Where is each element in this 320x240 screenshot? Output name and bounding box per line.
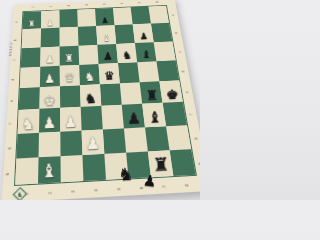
square-g8[interactable]: [166, 125, 191, 150]
piece-black-P-f6[interactable]: ♟: [127, 111, 141, 127]
square-c4[interactable]: [78, 44, 98, 64]
rank-label-bottom-4: 4: [94, 189, 99, 192]
square-b2[interactable]: [41, 28, 60, 47]
piece-white-Q-d3[interactable]: ♛: [64, 72, 75, 84]
square-d3[interactable]: ♛: [60, 65, 80, 87]
square-d5[interactable]: ♛: [99, 63, 120, 84]
square-f5[interactable]: [101, 105, 124, 129]
square-f6[interactable]: ♟: [122, 104, 145, 128]
square-g3[interactable]: [60, 130, 82, 156]
file-label-left-d: d: [11, 79, 15, 81]
square-b3[interactable]: [59, 27, 78, 46]
piece-black-P-c5[interactable]: ♟: [103, 52, 113, 63]
square-e8[interactable]: ♚: [159, 80, 182, 102]
file-label-right-h: h: [198, 162, 200, 165]
square-b4[interactable]: [78, 26, 98, 45]
file-label-right-e: e: [185, 91, 189, 93]
square-c1[interactable]: [21, 47, 41, 67]
file-label-right-a: a: [171, 14, 175, 16]
rank-label-top-2: 2: [50, 6, 54, 8]
file-label-right-g: g: [194, 137, 199, 140]
piece-white-B-b5[interactable]: ♝: [102, 34, 111, 43]
rank-label-bottom-5: 5: [117, 188, 122, 191]
rank-label-top-3: 3: [68, 5, 72, 7]
rank-label-top-5: 5: [103, 3, 107, 5]
square-h2[interactable]: ♝: [38, 156, 61, 184]
square-a8[interactable]: [148, 6, 169, 24]
square-c8[interactable]: [154, 41, 176, 61]
square-h3[interactable]: [61, 155, 84, 182]
square-c2[interactable]: ♟: [40, 46, 59, 66]
square-e7[interactable]: ♜: [140, 81, 163, 104]
rank-label-top-1: 1: [32, 6, 36, 8]
brand-knight-logo: ♞: [13, 188, 26, 200]
square-h8[interactable]: [170, 149, 196, 176]
file-label-left-e: e: [10, 100, 14, 102]
piece-black-R-h7[interactable]: ♜: [153, 156, 171, 176]
square-g5[interactable]: [103, 128, 126, 154]
square-f8[interactable]: [163, 102, 187, 126]
square-d2[interactable]: ♟: [40, 66, 60, 88]
square-g4[interactable]: ♟: [82, 129, 105, 155]
rank-label-bottom-7: 7: [162, 185, 167, 188]
square-e2[interactable]: ♚: [39, 86, 60, 109]
piece-white-P-f2[interactable]: ♟: [42, 115, 56, 131]
rank-label-top-7: 7: [138, 2, 142, 4]
square-b1[interactable]: [22, 29, 41, 48]
square-d1[interactable]: [20, 67, 41, 89]
piece-white-P-c2[interactable]: ♟: [45, 54, 55, 65]
piece-white-B-h2[interactable]: ♝: [40, 162, 58, 182]
square-a3[interactable]: [59, 10, 78, 28]
piece-black-B-c7[interactable]: ♝: [141, 50, 151, 61]
square-h6[interactable]: [126, 151, 151, 178]
piece-white-R-a1[interactable]: ♜: [28, 20, 35, 28]
chess-mat: ♜♟♟♝♟♟♜♟♞♝♟♛♞♛♚♞♜♚♞♟♟♟♝♟♝♜ ♞ CHESS 11aa2…: [2, 0, 200, 200]
square-a1[interactable]: ♜: [23, 11, 42, 29]
square-a5[interactable]: ♟: [95, 8, 114, 26]
chess-board: ♜♟♟♝♟♟♜♟♞♝♟♛♞♛♚♞♜♚♞♟♟♟♝♟♝♜: [15, 6, 195, 185]
square-a4[interactable]: [77, 9, 96, 27]
rank-label-top-6: 6: [121, 2, 125, 4]
rank-label-bottom-6: 6: [140, 186, 145, 189]
square-e1[interactable]: [19, 87, 40, 110]
rank-label-top-4: 4: [85, 4, 89, 6]
piece-white-K-e2[interactable]: ♚: [43, 93, 56, 107]
square-g2[interactable]: [39, 131, 61, 157]
rank-label-bottom-8: 8: [185, 184, 190, 187]
square-h1[interactable]: [15, 157, 38, 185]
piece-white-P-g4[interactable]: ♟: [85, 135, 101, 153]
square-a6[interactable]: [113, 7, 133, 25]
file-label-left-f: f: [8, 123, 12, 125]
brand-text: CHESS: [8, 42, 14, 57]
piece-black-Q-d5[interactable]: ♛: [104, 70, 115, 82]
square-g6[interactable]: [124, 127, 148, 153]
square-d8[interactable]: [156, 60, 179, 81]
piece-black-K-e8[interactable]: ♚: [166, 87, 179, 101]
square-f4[interactable]: [81, 106, 103, 130]
file-label-right-d: d: [182, 70, 186, 72]
knight-logo-icon: ♞: [17, 190, 24, 198]
square-e5[interactable]: [100, 83, 122, 106]
square-c3[interactable]: ♜: [60, 45, 80, 65]
square-f3[interactable]: ♟: [60, 107, 81, 131]
file-label-right-f: f: [189, 114, 193, 116]
piece-white-N-d4[interactable]: ♞: [84, 71, 95, 83]
rank-label-top-8: 8: [156, 1, 160, 3]
square-d4[interactable]: ♞: [79, 64, 100, 85]
square-e6[interactable]: [120, 82, 142, 105]
piece-white-P-a2[interactable]: ♟: [46, 19, 53, 27]
square-d6[interactable]: [118, 62, 140, 83]
file-label-left-h: h: [6, 172, 11, 175]
square-b8[interactable]: [151, 23, 172, 42]
square-c6[interactable]: ♞: [116, 43, 137, 63]
file-label-left-a: a: [15, 21, 19, 23]
square-h5[interactable]: [104, 152, 128, 179]
file-label-right-b: b: [175, 32, 179, 34]
piece-white-P-d2[interactable]: ♟: [44, 73, 55, 85]
square-h7[interactable]: ♜: [148, 150, 173, 177]
square-h4[interactable]: [82, 154, 106, 181]
piece-white-R-c3[interactable]: ♜: [64, 53, 74, 64]
piece-black-N-c6[interactable]: ♞: [122, 51, 132, 62]
piece-black-R-e7[interactable]: ♜: [146, 88, 159, 102]
piece-black-P-a5[interactable]: ♟: [101, 17, 108, 25]
file-label-left-g: g: [7, 147, 12, 150]
piece-black-P-b7[interactable]: ♟: [140, 32, 149, 41]
square-b6[interactable]: [114, 25, 134, 44]
square-f2[interactable]: ♟: [39, 108, 60, 132]
file-label-left-c: c: [12, 59, 16, 61]
square-a2[interactable]: ♟: [41, 10, 59, 28]
rank-label-bottom-2: 2: [48, 191, 53, 194]
square-c5[interactable]: ♟: [97, 44, 118, 64]
file-label-right-c: c: [178, 51, 182, 53]
piece-black-B-f7[interactable]: ♝: [148, 109, 162, 125]
photo-background: ♜♟♟♝♟♟♜♟♞♝♟♛♞♛♚♞♜♚♞♟♟♟♝♟♝♜ ♞ CHESS 11aa2…: [0, 0, 200, 200]
piece-white-N-f1[interactable]: ♞: [21, 116, 35, 132]
square-f1[interactable]: ♞: [18, 109, 40, 133]
rank-label-bottom-3: 3: [71, 190, 76, 193]
piece-black-N-e4[interactable]: ♞: [84, 91, 97, 105]
piece-white-P-f3[interactable]: ♟: [63, 114, 77, 130]
file-label-left-b: b: [14, 39, 18, 41]
square-g1[interactable]: [16, 132, 39, 158]
square-b5[interactable]: ♝: [96, 25, 116, 44]
square-e3[interactable]: [60, 85, 81, 108]
square-e4[interactable]: ♞: [80, 84, 101, 107]
